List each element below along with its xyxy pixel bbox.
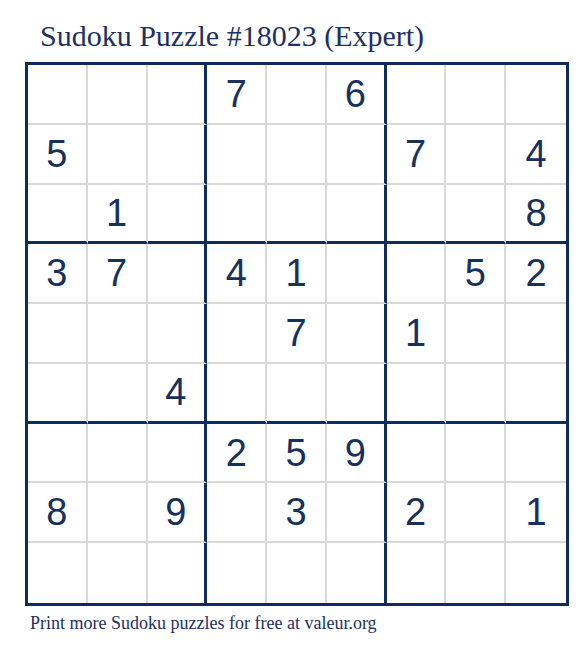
cell-r1c6[interactable]: 6	[327, 65, 387, 125]
cell-r1c2[interactable]	[88, 65, 148, 125]
cell-r1c9[interactable]	[506, 65, 566, 125]
cell-r8c6[interactable]	[327, 483, 387, 543]
cell-r2c8[interactable]	[446, 125, 506, 185]
cell-r6c3[interactable]: 4	[148, 364, 208, 424]
cell-r3c9[interactable]: 8	[506, 185, 566, 245]
cell-r8c5[interactable]: 3	[267, 483, 327, 543]
cell-r8c2[interactable]	[88, 483, 148, 543]
cell-r3c5[interactable]	[267, 185, 327, 245]
cell-r4c6[interactable]	[327, 244, 387, 304]
cell-r2c1[interactable]: 5	[28, 125, 88, 185]
cell-r9c4[interactable]	[207, 543, 267, 603]
cell-r5c9[interactable]	[506, 304, 566, 364]
cell-r7c3[interactable]	[148, 424, 208, 484]
cell-r4c7[interactable]	[387, 244, 447, 304]
cell-r8c7[interactable]: 2	[387, 483, 447, 543]
cell-r7c8[interactable]	[446, 424, 506, 484]
cell-r6c4[interactable]	[207, 364, 267, 424]
cell-r3c3[interactable]	[148, 185, 208, 245]
cell-r2c5[interactable]	[267, 125, 327, 185]
cell-r2c4[interactable]	[207, 125, 267, 185]
cell-r1c1[interactable]	[28, 65, 88, 125]
cell-r5c2[interactable]	[88, 304, 148, 364]
cell-r6c7[interactable]	[387, 364, 447, 424]
footer-text: Print more Sudoku puzzles for free at va…	[30, 613, 377, 634]
cell-r6c8[interactable]	[446, 364, 506, 424]
cell-r6c5[interactable]	[267, 364, 327, 424]
cell-r9c6[interactable]	[327, 543, 387, 603]
cell-r7c1[interactable]	[28, 424, 88, 484]
cell-r6c9[interactable]	[506, 364, 566, 424]
cell-r1c5[interactable]	[267, 65, 327, 125]
cell-r6c6[interactable]	[327, 364, 387, 424]
cell-r3c4[interactable]	[207, 185, 267, 245]
cell-r8c8[interactable]	[446, 483, 506, 543]
cell-r9c5[interactable]	[267, 543, 327, 603]
cell-r6c2[interactable]	[88, 364, 148, 424]
cell-r2c3[interactable]	[148, 125, 208, 185]
cell-r6c1[interactable]	[28, 364, 88, 424]
cell-r9c1[interactable]	[28, 543, 88, 603]
cell-r9c2[interactable]	[88, 543, 148, 603]
cell-r7c5[interactable]: 5	[267, 424, 327, 484]
cell-r9c3[interactable]	[148, 543, 208, 603]
cell-r8c3[interactable]: 9	[148, 483, 208, 543]
cell-r3c8[interactable]	[446, 185, 506, 245]
cell-r5c4[interactable]	[207, 304, 267, 364]
cell-r4c8[interactable]: 5	[446, 244, 506, 304]
cell-r2c9[interactable]: 4	[506, 125, 566, 185]
cell-r9c8[interactable]	[446, 543, 506, 603]
cell-r4c2[interactable]: 7	[88, 244, 148, 304]
cell-r3c6[interactable]	[327, 185, 387, 245]
cell-r5c1[interactable]	[28, 304, 88, 364]
cell-r4c1[interactable]: 3	[28, 244, 88, 304]
cell-r8c9[interactable]: 1	[506, 483, 566, 543]
sudoku-page: Sudoku Puzzle #18023 (Expert) 7657418374…	[0, 0, 580, 651]
cell-r7c9[interactable]	[506, 424, 566, 484]
cell-r8c1[interactable]: 8	[28, 483, 88, 543]
cell-r2c7[interactable]: 7	[387, 125, 447, 185]
cell-r4c3[interactable]	[148, 244, 208, 304]
cell-r5c5[interactable]: 7	[267, 304, 327, 364]
sudoku-board: 765741837415271425989321	[25, 62, 569, 606]
cell-r3c2[interactable]: 1	[88, 185, 148, 245]
cell-r8c4[interactable]	[207, 483, 267, 543]
cell-r5c7[interactable]: 1	[387, 304, 447, 364]
cell-r1c4[interactable]: 7	[207, 65, 267, 125]
cell-r9c7[interactable]	[387, 543, 447, 603]
cell-r4c5[interactable]: 1	[267, 244, 327, 304]
cell-r2c6[interactable]	[327, 125, 387, 185]
cell-r7c7[interactable]	[387, 424, 447, 484]
cell-r3c7[interactable]	[387, 185, 447, 245]
cell-r9c9[interactable]	[506, 543, 566, 603]
cell-r3c1[interactable]	[28, 185, 88, 245]
cell-r1c3[interactable]	[148, 65, 208, 125]
cell-r4c4[interactable]: 4	[207, 244, 267, 304]
cell-r5c6[interactable]	[327, 304, 387, 364]
cell-r7c6[interactable]: 9	[327, 424, 387, 484]
cell-r7c2[interactable]	[88, 424, 148, 484]
cell-r5c3[interactable]	[148, 304, 208, 364]
cell-r2c2[interactable]	[88, 125, 148, 185]
page-title: Sudoku Puzzle #18023 (Expert)	[40, 19, 424, 53]
cell-r7c4[interactable]: 2	[207, 424, 267, 484]
cell-r1c7[interactable]	[387, 65, 447, 125]
cell-r5c8[interactable]	[446, 304, 506, 364]
cell-r1c8[interactable]	[446, 65, 506, 125]
cell-r4c9[interactable]: 2	[506, 244, 566, 304]
